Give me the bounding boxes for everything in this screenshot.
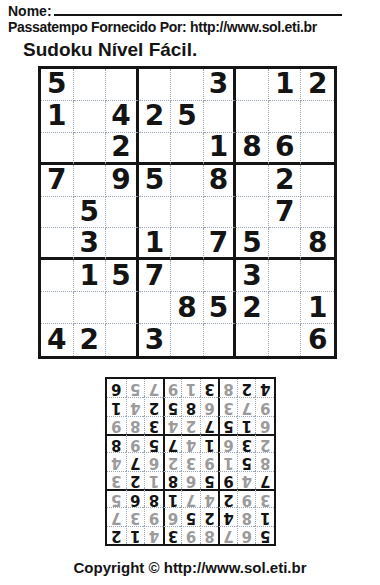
answer-cell-r6c7: 5 bbox=[144, 434, 163, 452]
page-title: Sudoku Nível Fácil. bbox=[23, 39, 197, 61]
puzzle-cell-r2c5: 5 bbox=[171, 101, 204, 133]
puzzle-cell-r8c2 bbox=[74, 292, 107, 324]
answer-cell-r9c6: 9 bbox=[163, 379, 182, 397]
answer-cell-r3c2: 9 bbox=[237, 489, 256, 507]
answer-cell-r6c8: 9 bbox=[126, 434, 145, 452]
puzzle-cell-r1c7 bbox=[236, 69, 269, 101]
puzzle-cell-r3c7: 8 bbox=[236, 133, 269, 165]
puzzle-cell-r9c6 bbox=[204, 324, 237, 356]
puzzle-cell-r6c6: 7 bbox=[204, 228, 237, 260]
answer-cell-r3c9: 5 bbox=[107, 489, 126, 507]
puzzle-cell-r4c5 bbox=[171, 165, 204, 197]
puzzle-cell-r9c9: 6 bbox=[301, 324, 334, 356]
worksheet-page: Nome: Passatempo Fornecido Por: http://w… bbox=[0, 0, 380, 585]
answer-cell-r9c2: 2 bbox=[237, 379, 256, 397]
puzzle-cell-r4c1: 7 bbox=[41, 165, 74, 197]
answer-cell-r4c8: 2 bbox=[126, 471, 145, 489]
answer-cell-r4c7: 1 bbox=[144, 471, 163, 489]
answer-cell-r4c3: 9 bbox=[218, 471, 237, 489]
puzzle-cell-r9c3 bbox=[106, 324, 139, 356]
answer-cell-r2c3: 4 bbox=[218, 507, 237, 525]
answer-cell-r3c4: 4 bbox=[200, 489, 219, 507]
copyright: Copyright © http://www.sol.eti.br bbox=[0, 559, 380, 576]
answer-cell-r2c2: 8 bbox=[237, 507, 256, 525]
answer-cell-r5c4: 9 bbox=[200, 452, 219, 470]
answer-cell-r5c1: 8 bbox=[255, 452, 274, 470]
answer-cell-r1c2: 6 bbox=[237, 526, 256, 544]
answer-cell-r1c3: 7 bbox=[218, 526, 237, 544]
puzzle-cell-r2c6 bbox=[204, 101, 237, 133]
puzzle-cell-r1c2 bbox=[74, 69, 107, 101]
answer-cell-r2c6: 6 bbox=[163, 507, 182, 525]
answer-cell-r2c9: 7 bbox=[107, 507, 126, 525]
answer-cell-r9c1: 4 bbox=[255, 379, 274, 397]
puzzle-cell-r1c3 bbox=[106, 69, 139, 101]
puzzle-cell-r2c7 bbox=[236, 101, 269, 133]
answer-cell-r1c8: 1 bbox=[126, 526, 145, 544]
puzzle-cell-r1c1: 5 bbox=[41, 69, 74, 101]
puzzle-cell-r2c1: 1 bbox=[41, 101, 74, 133]
puzzle-cell-r2c4: 2 bbox=[139, 101, 172, 133]
answer-cell-r1c1: 5 bbox=[255, 526, 274, 544]
answer-cell-r7c2: 1 bbox=[237, 416, 256, 434]
puzzle-cell-r8c7: 2 bbox=[236, 292, 269, 324]
puzzle-cell-r4c8: 2 bbox=[269, 165, 302, 197]
answer-cell-r7c3: 5 bbox=[218, 416, 237, 434]
answer-cell-r6c6: 7 bbox=[163, 434, 182, 452]
answer-cell-r8c6: 5 bbox=[163, 397, 182, 415]
answer-cell-r9c4: 3 bbox=[200, 379, 219, 397]
puzzle-cell-r4c4: 5 bbox=[139, 165, 172, 197]
puzzle-cell-r5c7 bbox=[236, 197, 269, 229]
answer-cell-r3c5: 7 bbox=[181, 489, 200, 507]
answer-cell-r4c4: 5 bbox=[200, 471, 219, 489]
answer-cell-r7c4: 7 bbox=[200, 416, 219, 434]
puzzle-cell-r7c4: 7 bbox=[139, 260, 172, 292]
answer-cell-r8c3: 3 bbox=[218, 397, 237, 415]
answer-cell-r4c2: 4 bbox=[237, 471, 256, 489]
answer-cell-r4c6: 8 bbox=[163, 471, 182, 489]
puzzle-cell-r1c8: 1 bbox=[269, 69, 302, 101]
puzzle-cell-r2c3: 4 bbox=[106, 101, 139, 133]
puzzle-cell-r8c4 bbox=[139, 292, 172, 324]
answer-cell-r8c4: 6 bbox=[200, 397, 219, 415]
puzzle-cell-r8c3 bbox=[106, 292, 139, 324]
answer-cell-r3c6: 1 bbox=[163, 489, 182, 507]
name-label: Nome: bbox=[8, 3, 52, 19]
sudoku-answer-grid: 5678934121842569373924718657495681238519… bbox=[105, 377, 276, 546]
puzzle-cell-r3c8: 6 bbox=[269, 133, 302, 165]
answer-cell-r6c9: 8 bbox=[107, 434, 126, 452]
answer-cell-r9c9: 6 bbox=[107, 379, 126, 397]
answer-cell-r6c2: 3 bbox=[237, 434, 256, 452]
puzzle-cell-r9c8 bbox=[269, 324, 302, 356]
answer-cell-r8c1: 9 bbox=[255, 397, 274, 415]
answer-cell-r9c7: 7 bbox=[144, 379, 163, 397]
puzzle-cell-r5c8: 7 bbox=[269, 197, 302, 229]
provider-line: Passatempo Fornecido Por: http://www.sol… bbox=[8, 19, 317, 35]
puzzle-cell-r3c3: 2 bbox=[106, 133, 139, 165]
puzzle-cell-r7c1 bbox=[41, 260, 74, 292]
answer-cell-r5c8: 7 bbox=[126, 452, 145, 470]
puzzle-cell-r5c6 bbox=[204, 197, 237, 229]
answer-cell-r8c8: 4 bbox=[126, 397, 145, 415]
answer-cell-r8c2: 7 bbox=[237, 397, 256, 415]
puzzle-cell-r1c4 bbox=[139, 69, 172, 101]
puzzle-cell-r1c9: 2 bbox=[301, 69, 334, 101]
answer-cell-r1c9: 2 bbox=[107, 526, 126, 544]
answer-cell-r5c7: 6 bbox=[144, 452, 163, 470]
answer-cell-r1c6: 3 bbox=[163, 526, 182, 544]
puzzle-cell-r6c8 bbox=[269, 228, 302, 260]
puzzle-cell-r7c6 bbox=[204, 260, 237, 292]
puzzle-cell-r8c1 bbox=[41, 292, 74, 324]
name-row: Nome: bbox=[8, 1, 342, 19]
puzzle-cell-r5c9 bbox=[301, 197, 334, 229]
puzzle-cell-r5c2: 5 bbox=[74, 197, 107, 229]
puzzle-cell-r8c8 bbox=[269, 292, 302, 324]
puzzle-cell-r6c2: 3 bbox=[74, 228, 107, 260]
puzzle-cell-r5c3 bbox=[106, 197, 139, 229]
puzzle-cell-r9c7 bbox=[236, 324, 269, 356]
puzzle-cell-r2c8 bbox=[269, 101, 302, 133]
answer-cell-r2c1: 1 bbox=[255, 507, 274, 525]
answer-cell-r8c5: 8 bbox=[181, 397, 200, 415]
answer-cell-r3c1: 3 bbox=[255, 489, 274, 507]
puzzle-cell-r5c4 bbox=[139, 197, 172, 229]
answer-cell-r3c3: 2 bbox=[218, 489, 237, 507]
puzzle-cell-r8c6: 5 bbox=[204, 292, 237, 324]
puzzle-cell-r3c5 bbox=[171, 133, 204, 165]
puzzle-cell-r2c9 bbox=[301, 101, 334, 133]
answer-cell-r6c3: 6 bbox=[218, 434, 237, 452]
puzzle-cell-r2c2 bbox=[74, 101, 107, 133]
answer-cell-r4c9: 3 bbox=[107, 471, 126, 489]
puzzle-cell-r4c2 bbox=[74, 165, 107, 197]
answer-cell-r9c5: 1 bbox=[181, 379, 200, 397]
puzzle-cell-r1c6: 3 bbox=[204, 69, 237, 101]
answer-cell-r7c7: 3 bbox=[144, 416, 163, 434]
puzzle-cell-r3c4 bbox=[139, 133, 172, 165]
name-blank-line bbox=[54, 1, 342, 16]
answer-cell-r7c9: 9 bbox=[107, 416, 126, 434]
answer-cell-r5c6: 2 bbox=[163, 452, 182, 470]
puzzle-cell-r6c7: 5 bbox=[236, 228, 269, 260]
answer-cell-r6c1: 2 bbox=[255, 434, 274, 452]
puzzle-cell-r3c1 bbox=[41, 133, 74, 165]
answer-cell-r7c6: 4 bbox=[163, 416, 182, 434]
sudoku-puzzle-grid: 531214252186795825731758157385214236 bbox=[38, 66, 337, 359]
puzzle-cell-r3c6: 1 bbox=[204, 133, 237, 165]
answer-cell-r2c4: 2 bbox=[200, 507, 219, 525]
answer-cell-r3c7: 8 bbox=[144, 489, 163, 507]
puzzle-cell-r5c5 bbox=[171, 197, 204, 229]
puzzle-cell-r9c1: 4 bbox=[41, 324, 74, 356]
answer-cell-r1c5: 9 bbox=[181, 526, 200, 544]
answer-cell-r1c7: 4 bbox=[144, 526, 163, 544]
answer-cell-r5c9: 4 bbox=[107, 452, 126, 470]
answer-cell-r5c2: 5 bbox=[237, 452, 256, 470]
answer-cell-r5c3: 1 bbox=[218, 452, 237, 470]
puzzle-cell-r7c9 bbox=[301, 260, 334, 292]
puzzle-cell-r6c5 bbox=[171, 228, 204, 260]
puzzle-cell-r9c2: 2 bbox=[74, 324, 107, 356]
answer-cell-r1c4: 8 bbox=[200, 526, 219, 544]
answer-cell-r4c5: 6 bbox=[181, 471, 200, 489]
answer-cell-r5c5: 3 bbox=[181, 452, 200, 470]
puzzle-cell-r4c9 bbox=[301, 165, 334, 197]
puzzle-cell-r5c1 bbox=[41, 197, 74, 229]
answer-cell-r7c8: 8 bbox=[126, 416, 145, 434]
puzzle-cell-r7c5 bbox=[171, 260, 204, 292]
puzzle-cell-r6c4: 1 bbox=[139, 228, 172, 260]
puzzle-cell-r8c5: 8 bbox=[171, 292, 204, 324]
answer-cell-r2c5: 5 bbox=[181, 507, 200, 525]
answer-cell-r9c8: 5 bbox=[126, 379, 145, 397]
puzzle-cell-r7c3: 5 bbox=[106, 260, 139, 292]
puzzle-cell-r9c4: 3 bbox=[139, 324, 172, 356]
answer-cell-r6c4: 1 bbox=[200, 434, 219, 452]
answer-cell-r7c5: 2 bbox=[181, 416, 200, 434]
puzzle-cell-r6c1 bbox=[41, 228, 74, 260]
puzzle-cell-r4c7 bbox=[236, 165, 269, 197]
puzzle-cell-r6c9: 8 bbox=[301, 228, 334, 260]
puzzle-cell-r7c8 bbox=[269, 260, 302, 292]
puzzle-cell-r8c9: 1 bbox=[301, 292, 334, 324]
puzzle-cell-r1c5 bbox=[171, 69, 204, 101]
puzzle-cell-r4c6: 8 bbox=[204, 165, 237, 197]
answer-cell-r8c9: 1 bbox=[107, 397, 126, 415]
answer-cell-r2c8: 3 bbox=[126, 507, 145, 525]
answer-cell-r4c1: 7 bbox=[255, 471, 274, 489]
answer-cell-r8c7: 2 bbox=[144, 397, 163, 415]
puzzle-cell-r3c9 bbox=[301, 133, 334, 165]
puzzle-cell-r6c3 bbox=[106, 228, 139, 260]
puzzle-cell-r7c7: 3 bbox=[236, 260, 269, 292]
answer-cell-r3c8: 6 bbox=[126, 489, 145, 507]
answer-cell-r6c5: 4 bbox=[181, 434, 200, 452]
puzzle-cell-r7c2: 1 bbox=[74, 260, 107, 292]
puzzle-cell-r4c3: 9 bbox=[106, 165, 139, 197]
puzzle-cell-r9c5 bbox=[171, 324, 204, 356]
puzzle-cell-r3c2 bbox=[74, 133, 107, 165]
answer-cell-r9c3: 8 bbox=[218, 379, 237, 397]
answer-cell-r7c1: 6 bbox=[255, 416, 274, 434]
answer-cell-r2c7: 9 bbox=[144, 507, 163, 525]
